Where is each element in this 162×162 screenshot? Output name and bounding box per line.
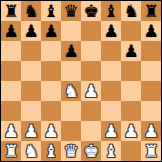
square-d8[interactable]: ♛	[61, 1, 81, 21]
square-d1[interactable]: ♛	[61, 141, 81, 161]
square-g5[interactable]	[121, 61, 141, 81]
square-d3[interactable]	[61, 101, 81, 121]
square-a8[interactable]: ♜	[1, 1, 21, 21]
square-h4[interactable]	[141, 81, 161, 101]
square-c7[interactable]: ♟	[41, 21, 61, 41]
square-b8[interactable]: ♞	[21, 1, 41, 21]
piece-black-bishop[interactable]: ♝	[43, 1, 58, 21]
square-h5[interactable]	[141, 61, 161, 81]
square-a5[interactable]	[1, 61, 21, 81]
square-b7[interactable]: ♟	[21, 21, 41, 41]
square-c8[interactable]: ♝	[41, 1, 61, 21]
piece-white-pawn[interactable]: ♟	[143, 121, 158, 141]
piece-black-bishop[interactable]: ♝	[103, 1, 118, 21]
piece-white-bishop[interactable]: ♝	[43, 141, 58, 161]
square-c2[interactable]: ♟	[41, 121, 61, 141]
square-h6[interactable]	[141, 41, 161, 61]
square-a6[interactable]	[1, 41, 21, 61]
piece-black-pawn[interactable]: ♟	[43, 21, 58, 41]
square-f1[interactable]: ♝	[101, 141, 121, 161]
square-f2[interactable]: ♟	[101, 121, 121, 141]
piece-black-knight[interactable]: ♞	[123, 1, 138, 21]
square-h8[interactable]: ♜	[141, 1, 161, 21]
square-d6[interactable]: ♟	[61, 41, 81, 61]
square-g3[interactable]	[121, 101, 141, 121]
piece-black-queen[interactable]: ♛	[63, 1, 78, 21]
square-g4[interactable]	[121, 81, 141, 101]
square-c6[interactable]	[41, 41, 61, 61]
square-g2[interactable]: ♟	[121, 121, 141, 141]
square-h2[interactable]: ♟	[141, 121, 161, 141]
piece-white-king[interactable]: ♚	[83, 141, 98, 161]
square-d2[interactable]	[61, 121, 81, 141]
piece-black-pawn[interactable]: ♟	[123, 41, 138, 61]
square-b6[interactable]	[21, 41, 41, 61]
piece-white-rook[interactable]: ♜	[143, 141, 158, 161]
square-b5[interactable]	[21, 61, 41, 81]
square-f7[interactable]: ♟	[101, 21, 121, 41]
square-e1[interactable]: ♚	[81, 141, 101, 161]
piece-white-rook[interactable]: ♜	[3, 141, 18, 161]
square-b3[interactable]	[21, 101, 41, 121]
piece-black-pawn[interactable]: ♟	[143, 21, 158, 41]
piece-white-pawn[interactable]: ♟	[23, 121, 38, 141]
square-e4[interactable]: ♟	[81, 81, 101, 101]
square-e5[interactable]	[81, 61, 101, 81]
piece-black-pawn[interactable]: ♟	[103, 21, 118, 41]
square-f6[interactable]	[101, 41, 121, 61]
piece-black-rook[interactable]: ♜	[143, 1, 158, 21]
square-h1[interactable]: ♜	[141, 141, 161, 161]
chess-board: ♜♞♝♛♚♝♞♜♟♟♟♟♟♟♟♞♟♟♟♟♟♟♟♜♞♝♛♚♝♜	[0, 0, 162, 162]
square-f8[interactable]: ♝	[101, 1, 121, 21]
piece-black-pawn[interactable]: ♟	[3, 21, 18, 41]
piece-black-pawn[interactable]: ♟	[23, 21, 38, 41]
square-d7[interactable]	[61, 21, 81, 41]
square-c5[interactable]	[41, 61, 61, 81]
piece-white-pawn[interactable]: ♟	[43, 121, 58, 141]
piece-black-king[interactable]: ♚	[83, 1, 98, 21]
square-f4[interactable]	[101, 81, 121, 101]
piece-black-pawn[interactable]: ♟	[63, 41, 78, 61]
piece-white-bishop[interactable]: ♝	[103, 141, 118, 161]
square-a4[interactable]	[1, 81, 21, 101]
square-b2[interactable]: ♟	[21, 121, 41, 141]
square-a3[interactable]	[1, 101, 21, 121]
square-g8[interactable]: ♞	[121, 1, 141, 21]
square-d4[interactable]: ♞	[61, 81, 81, 101]
piece-white-pawn[interactable]: ♟	[3, 121, 18, 141]
piece-black-rook[interactable]: ♜	[3, 1, 18, 21]
piece-white-knight[interactable]: ♞	[23, 141, 38, 161]
square-c4[interactable]	[41, 81, 61, 101]
square-e8[interactable]: ♚	[81, 1, 101, 21]
square-c1[interactable]: ♝	[41, 141, 61, 161]
square-g6[interactable]: ♟	[121, 41, 141, 61]
square-g1[interactable]	[121, 141, 141, 161]
piece-white-pawn[interactable]: ♟	[123, 121, 138, 141]
square-b1[interactable]: ♞	[21, 141, 41, 161]
square-g7[interactable]	[121, 21, 141, 41]
square-b4[interactable]	[21, 81, 41, 101]
square-f5[interactable]	[101, 61, 121, 81]
piece-white-queen[interactable]: ♛	[63, 141, 78, 161]
square-h3[interactable]	[141, 101, 161, 121]
square-a7[interactable]: ♟	[1, 21, 21, 41]
square-e2[interactable]	[81, 121, 101, 141]
square-d5[interactable]	[61, 61, 81, 81]
piece-white-knight[interactable]: ♞	[63, 81, 78, 101]
piece-black-knight[interactable]: ♞	[23, 1, 38, 21]
square-e6[interactable]	[81, 41, 101, 61]
square-c3[interactable]	[41, 101, 61, 121]
square-e3[interactable]	[81, 101, 101, 121]
square-e7[interactable]	[81, 21, 101, 41]
square-h7[interactable]: ♟	[141, 21, 161, 41]
square-f3[interactable]	[101, 101, 121, 121]
square-a1[interactable]: ♜	[1, 141, 21, 161]
square-a2[interactable]: ♟	[1, 121, 21, 141]
piece-white-pawn[interactable]: ♟	[83, 81, 98, 101]
piece-white-pawn[interactable]: ♟	[103, 121, 118, 141]
